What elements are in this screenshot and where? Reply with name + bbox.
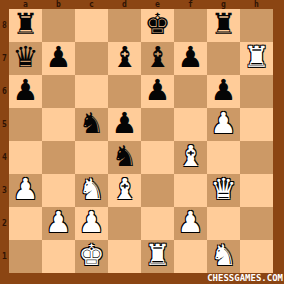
- square-h7[interactable]: ♜: [240, 42, 273, 75]
- white-rook-piece: ♜: [145, 241, 171, 270]
- black-queen-piece: ♛: [13, 43, 39, 72]
- square-e6[interactable]: ♟: [141, 75, 174, 108]
- square-f5[interactable]: [174, 108, 207, 141]
- black-bishop-piece: ♝: [112, 43, 138, 72]
- square-d2[interactable]: [108, 207, 141, 240]
- white-bishop-piece: ♝: [112, 175, 138, 204]
- file-label-h: h: [240, 0, 273, 9]
- square-c6[interactable]: [75, 75, 108, 108]
- square-a7[interactable]: ♛: [9, 42, 42, 75]
- square-h3[interactable]: [240, 174, 273, 207]
- black-pawn-piece: ♟: [211, 76, 237, 105]
- square-e7[interactable]: ♝: [141, 42, 174, 75]
- square-a8[interactable]: ♜: [9, 9, 42, 42]
- square-g6[interactable]: ♟: [207, 75, 240, 108]
- square-c5[interactable]: ♞: [75, 108, 108, 141]
- file-label-g: g: [207, 0, 240, 9]
- file-label-a: a: [9, 0, 42, 9]
- square-d4[interactable]: ♞: [108, 141, 141, 174]
- black-knight-piece: ♞: [79, 109, 105, 138]
- square-b2[interactable]: ♟: [42, 207, 75, 240]
- square-e2[interactable]: [141, 207, 174, 240]
- square-b4[interactable]: [42, 141, 75, 174]
- file-label-b: b: [42, 0, 75, 9]
- file-label-c: c: [75, 0, 108, 9]
- file-label-f: f: [174, 0, 207, 9]
- rank-label-7: 7: [0, 42, 9, 75]
- white-pawn-piece: ♟: [46, 208, 72, 237]
- white-pawn-piece: ♟: [13, 175, 39, 204]
- square-c4[interactable]: [75, 141, 108, 174]
- square-d8[interactable]: [108, 9, 141, 42]
- square-b1[interactable]: [42, 240, 75, 273]
- square-g2[interactable]: [207, 207, 240, 240]
- square-e1[interactable]: ♜: [141, 240, 174, 273]
- square-b6[interactable]: [42, 75, 75, 108]
- square-g8[interactable]: ♜: [207, 9, 240, 42]
- white-pawn-piece: ♟: [79, 208, 105, 237]
- chessgames-watermark: CHESSGAMES.COM: [207, 273, 283, 284]
- black-pawn-piece: ♟: [112, 109, 138, 138]
- square-b7[interactable]: ♟: [42, 42, 75, 75]
- black-pawn-piece: ♟: [46, 43, 72, 72]
- white-pawn-piece: ♟: [178, 208, 204, 237]
- white-bishop-piece: ♝: [178, 142, 204, 171]
- square-h1[interactable]: [240, 240, 273, 273]
- file-label-e: e: [141, 0, 174, 9]
- rank-label-2: 2: [0, 207, 9, 240]
- square-a4[interactable]: [9, 141, 42, 174]
- square-a2[interactable]: [9, 207, 42, 240]
- square-d5[interactable]: ♟: [108, 108, 141, 141]
- square-e4[interactable]: [141, 141, 174, 174]
- square-c8[interactable]: [75, 9, 108, 42]
- chessgames-board-viewer: ♜♚♜♛♟♝♝♟♜♟♟♟♞♟♟♞♝♟♞♝♛♟♟♟♚♜♞ abcdefgh 876…: [0, 0, 284, 284]
- square-g1[interactable]: ♞: [207, 240, 240, 273]
- square-f8[interactable]: [174, 9, 207, 42]
- square-d1[interactable]: [108, 240, 141, 273]
- square-a3[interactable]: ♟: [9, 174, 42, 207]
- square-c1[interactable]: ♚: [75, 240, 108, 273]
- square-g7[interactable]: [207, 42, 240, 75]
- square-c3[interactable]: ♞: [75, 174, 108, 207]
- square-f6[interactable]: [174, 75, 207, 108]
- square-a1[interactable]: [9, 240, 42, 273]
- square-g4[interactable]: [207, 141, 240, 174]
- square-f7[interactable]: ♟: [174, 42, 207, 75]
- black-pawn-piece: ♟: [13, 76, 39, 105]
- square-d3[interactable]: ♝: [108, 174, 141, 207]
- square-g3[interactable]: ♛: [207, 174, 240, 207]
- square-e5[interactable]: [141, 108, 174, 141]
- square-e3[interactable]: [141, 174, 174, 207]
- square-e8[interactable]: ♚: [141, 9, 174, 42]
- white-queen-piece: ♛: [211, 175, 237, 204]
- white-knight-piece: ♞: [211, 241, 237, 270]
- square-a5[interactable]: [9, 108, 42, 141]
- square-h8[interactable]: [240, 9, 273, 42]
- black-pawn-piece: ♟: [178, 43, 204, 72]
- rank-label-3: 3: [0, 174, 9, 207]
- white-pawn-piece: ♟: [211, 109, 237, 138]
- rank-label-1: 1: [0, 240, 9, 273]
- square-g5[interactable]: ♟: [207, 108, 240, 141]
- square-b3[interactable]: [42, 174, 75, 207]
- black-rook-piece: ♜: [211, 10, 237, 39]
- square-b5[interactable]: [42, 108, 75, 141]
- square-a6[interactable]: ♟: [9, 75, 42, 108]
- white-rook-piece: ♜: [244, 43, 270, 72]
- rank-label-4: 4: [0, 141, 9, 174]
- square-h2[interactable]: [240, 207, 273, 240]
- square-f2[interactable]: ♟: [174, 207, 207, 240]
- square-h5[interactable]: [240, 108, 273, 141]
- black-bishop-piece: ♝: [145, 43, 171, 72]
- square-d7[interactable]: ♝: [108, 42, 141, 75]
- rank-label-5: 5: [0, 108, 9, 141]
- black-king-piece: ♚: [145, 10, 171, 39]
- white-knight-piece: ♞: [79, 175, 105, 204]
- square-b8[interactable]: [42, 9, 75, 42]
- square-h6[interactable]: [240, 75, 273, 108]
- black-rook-piece: ♜: [13, 10, 39, 39]
- square-h4[interactable]: [240, 141, 273, 174]
- rank-label-8: 8: [0, 9, 9, 42]
- black-pawn-piece: ♟: [145, 76, 171, 105]
- rank-label-6: 6: [0, 75, 9, 108]
- square-d6[interactable]: [108, 75, 141, 108]
- chess-board: ♜♚♜♛♟♝♝♟♜♟♟♟♞♟♟♞♝♟♞♝♛♟♟♟♚♜♞: [9, 9, 273, 273]
- square-f3[interactable]: [174, 174, 207, 207]
- white-king-piece: ♚: [79, 241, 105, 270]
- square-c7[interactable]: [75, 42, 108, 75]
- square-f1[interactable]: [174, 240, 207, 273]
- black-knight-piece: ♞: [112, 142, 138, 171]
- square-f4[interactable]: ♝: [174, 141, 207, 174]
- file-label-d: d: [108, 0, 141, 9]
- square-c2[interactable]: ♟: [75, 207, 108, 240]
